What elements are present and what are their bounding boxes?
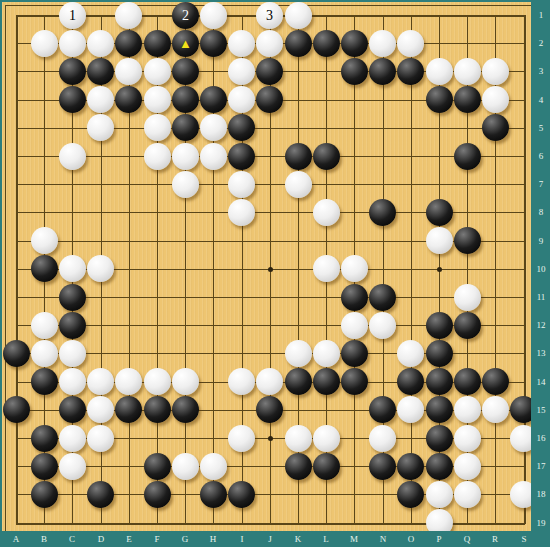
stone-G1[interactable]: 2 [172, 2, 199, 29]
stone-G3[interactable] [172, 58, 199, 85]
stone-O17[interactable] [397, 453, 424, 480]
stone-M12[interactable] [341, 312, 368, 339]
stone-H5[interactable] [200, 114, 227, 141]
stone-Q12[interactable] [454, 312, 481, 339]
row-label-7: 7 [539, 179, 544, 189]
col-label-A: A [13, 534, 20, 544]
col-label-C: C [69, 534, 75, 544]
stone-F4[interactable] [144, 86, 171, 113]
stone-N17[interactable] [369, 453, 396, 480]
stone-P14[interactable] [426, 368, 453, 395]
stone-N3[interactable] [369, 58, 396, 85]
stone-F14[interactable] [144, 368, 171, 395]
stone-K2[interactable] [285, 30, 312, 57]
row-label-9: 9 [539, 236, 544, 246]
stone-Q3[interactable] [454, 58, 481, 85]
stone-N2[interactable] [369, 30, 396, 57]
stone-I7[interactable] [228, 171, 255, 198]
stone-H18[interactable] [200, 481, 227, 508]
stone-D2[interactable] [87, 30, 114, 57]
col-label-E: E [126, 534, 132, 544]
stone-C16[interactable] [59, 425, 86, 452]
stone-K13[interactable] [285, 340, 312, 367]
stone-P13[interactable] [426, 340, 453, 367]
row-label-13: 13 [537, 348, 546, 358]
stone-J1[interactable]: 3 [256, 2, 283, 29]
grid-line-horizontal [16, 156, 525, 157]
stone-L17[interactable] [313, 453, 340, 480]
stone-C4[interactable] [59, 86, 86, 113]
stone-G5[interactable] [172, 114, 199, 141]
stone-K17[interactable] [285, 453, 312, 480]
stone-R15[interactable] [482, 396, 509, 423]
col-label-J: J [268, 534, 272, 544]
col-label-M: M [350, 534, 358, 544]
stone-G2[interactable]: ▲ [172, 30, 199, 57]
stone-M2[interactable] [341, 30, 368, 57]
stone-Q4[interactable] [454, 86, 481, 113]
stone-D10[interactable] [87, 255, 114, 282]
col-label-D: D [98, 534, 105, 544]
row-label-8: 8 [539, 207, 544, 217]
stone-I16[interactable] [228, 425, 255, 452]
row-label-17: 17 [537, 461, 546, 471]
stone-D5[interactable] [87, 114, 114, 141]
stone-L8[interactable] [313, 199, 340, 226]
stone-C10[interactable] [59, 255, 86, 282]
stone-C15[interactable] [59, 396, 86, 423]
stone-B17[interactable] [31, 453, 58, 480]
stone-R3[interactable] [482, 58, 509, 85]
row-label-5: 5 [539, 123, 544, 133]
stone-D18[interactable] [87, 481, 114, 508]
row-label-4: 4 [539, 95, 544, 105]
stone-J14[interactable] [256, 368, 283, 395]
go-board[interactable]: 123▲ [2, 2, 531, 531]
stone-D14[interactable] [87, 368, 114, 395]
stone-R14[interactable] [482, 368, 509, 395]
stone-C17[interactable] [59, 453, 86, 480]
row-label-18: 18 [537, 489, 546, 499]
stone-M10[interactable] [341, 255, 368, 282]
stone-G6[interactable] [172, 143, 199, 170]
stone-E3[interactable] [115, 58, 142, 85]
stone-P18[interactable] [426, 481, 453, 508]
stone-J15[interactable] [256, 396, 283, 423]
row-label-11: 11 [537, 292, 546, 302]
stone-Q15[interactable] [454, 396, 481, 423]
stone-I6[interactable] [228, 143, 255, 170]
stone-M3[interactable] [341, 58, 368, 85]
stone-R4[interactable] [482, 86, 509, 113]
stone-B14[interactable] [31, 368, 58, 395]
stone-Q17[interactable] [454, 453, 481, 480]
stone-G7[interactable] [172, 171, 199, 198]
stone-K1[interactable] [285, 2, 312, 29]
triangle-marker: ▲ [179, 37, 192, 50]
stone-H2[interactable] [200, 30, 227, 57]
grid-line-vertical [16, 15, 18, 524]
stone-Q11[interactable] [454, 284, 481, 311]
stone-O3[interactable] [397, 58, 424, 85]
stone-B13[interactable] [31, 340, 58, 367]
stone-M13[interactable] [341, 340, 368, 367]
col-label-N: N [380, 534, 387, 544]
stone-B18[interactable] [31, 481, 58, 508]
stone-I14[interactable] [228, 368, 255, 395]
stone-O14[interactable] [397, 368, 424, 395]
stone-K16[interactable] [285, 425, 312, 452]
stone-D15[interactable] [87, 396, 114, 423]
stone-M11[interactable] [341, 284, 368, 311]
stone-P16[interactable] [426, 425, 453, 452]
col-label-B: B [41, 534, 47, 544]
row-label-1: 1 [539, 10, 544, 20]
stone-C11[interactable] [59, 284, 86, 311]
stone-M14[interactable] [341, 368, 368, 395]
stone-N16[interactable] [369, 425, 396, 452]
stone-I5[interactable] [228, 114, 255, 141]
stone-C3[interactable] [59, 58, 86, 85]
move-number-label: 3 [266, 9, 273, 23]
col-label-G: G [182, 534, 189, 544]
col-label-L: L [323, 534, 329, 544]
row-label-14: 14 [537, 377, 546, 387]
stone-F18[interactable] [144, 481, 171, 508]
row-label-2: 2 [539, 38, 544, 48]
stone-L6[interactable] [313, 143, 340, 170]
stone-C6[interactable] [59, 143, 86, 170]
stone-J4[interactable] [256, 86, 283, 113]
stone-G15[interactable] [172, 396, 199, 423]
col-label-Q: Q [464, 534, 471, 544]
stone-H1[interactable] [200, 2, 227, 29]
stone-L14[interactable] [313, 368, 340, 395]
go-app-window: 123▲ 12345678910111213141516171819 ABCDE… [0, 0, 550, 547]
stone-B2[interactable] [31, 30, 58, 57]
stone-C13[interactable] [59, 340, 86, 367]
col-label-O: O [408, 534, 415, 544]
stone-L16[interactable] [313, 425, 340, 452]
stone-L10[interactable] [313, 255, 340, 282]
stone-E14[interactable] [115, 368, 142, 395]
row-label-3: 3 [539, 66, 544, 76]
stone-F6[interactable] [144, 143, 171, 170]
stone-Q16[interactable] [454, 425, 481, 452]
stone-F5[interactable] [144, 114, 171, 141]
stone-O18[interactable] [397, 481, 424, 508]
star-point-J10 [268, 267, 273, 272]
stone-C2[interactable] [59, 30, 86, 57]
col-label-H: H [210, 534, 217, 544]
stone-P17[interactable] [426, 453, 453, 480]
stone-H17[interactable] [200, 453, 227, 480]
stone-F15[interactable] [144, 396, 171, 423]
move-number-label: 1 [69, 9, 76, 23]
stone-G4[interactable] [172, 86, 199, 113]
stone-N11[interactable] [369, 284, 396, 311]
stone-H6[interactable] [200, 143, 227, 170]
stone-E4[interactable] [115, 86, 142, 113]
stone-P9[interactable] [426, 227, 453, 254]
star-point-P10 [437, 267, 442, 272]
stone-A13[interactable] [3, 340, 30, 367]
grid-line-horizontal [16, 297, 525, 298]
stone-E1[interactable] [115, 2, 142, 29]
stone-B10[interactable] [31, 255, 58, 282]
stone-Q9[interactable] [454, 227, 481, 254]
stone-I18[interactable] [228, 481, 255, 508]
stone-K14[interactable] [285, 368, 312, 395]
stone-K7[interactable] [285, 171, 312, 198]
stone-N15[interactable] [369, 396, 396, 423]
row-label-10: 10 [537, 264, 546, 274]
col-label-I: I [241, 534, 244, 544]
stone-P4[interactable] [426, 86, 453, 113]
stone-I3[interactable] [228, 58, 255, 85]
stone-B12[interactable] [31, 312, 58, 339]
col-label-R: R [492, 534, 498, 544]
stone-L2[interactable] [313, 30, 340, 57]
col-label-S: S [521, 534, 526, 544]
stone-L13[interactable] [313, 340, 340, 367]
stone-N8[interactable] [369, 199, 396, 226]
row-label-19: 19 [537, 518, 546, 528]
stone-N12[interactable] [369, 312, 396, 339]
stone-D4[interactable] [87, 86, 114, 113]
stone-C12[interactable] [59, 312, 86, 339]
stone-K6[interactable] [285, 143, 312, 170]
stone-H4[interactable] [200, 86, 227, 113]
stone-J2[interactable] [256, 30, 283, 57]
stone-G14[interactable] [172, 368, 199, 395]
stone-I8[interactable] [228, 199, 255, 226]
stone-G17[interactable] [172, 453, 199, 480]
stone-F3[interactable] [144, 58, 171, 85]
stone-B9[interactable] [31, 227, 58, 254]
stone-E2[interactable] [115, 30, 142, 57]
row-coordinate-strip: 12345678910111213141516171819 [531, 0, 550, 531]
col-label-F: F [154, 534, 159, 544]
stone-A15[interactable] [3, 396, 30, 423]
stone-O13[interactable] [397, 340, 424, 367]
stone-B16[interactable] [31, 425, 58, 452]
grid-line-horizontal [16, 184, 525, 185]
stone-I2[interactable] [228, 30, 255, 57]
grid-line-vertical [411, 15, 412, 524]
stone-P3[interactable] [426, 58, 453, 85]
row-label-6: 6 [539, 151, 544, 161]
stone-F2[interactable] [144, 30, 171, 57]
stone-O15[interactable] [397, 396, 424, 423]
row-label-12: 12 [537, 320, 546, 330]
stone-P15[interactable] [426, 396, 453, 423]
stone-C14[interactable] [59, 368, 86, 395]
col-label-K: K [295, 534, 302, 544]
col-label-P: P [436, 534, 441, 544]
stone-P12[interactable] [426, 312, 453, 339]
move-number-label: 2 [182, 9, 189, 23]
stone-P8[interactable] [426, 199, 453, 226]
star-point-J16 [268, 436, 273, 441]
stone-O2[interactable] [397, 30, 424, 57]
stone-Q18[interactable] [454, 481, 481, 508]
stone-F17[interactable] [144, 453, 171, 480]
stone-J3[interactable] [256, 58, 283, 85]
row-label-15: 15 [537, 405, 546, 415]
column-coordinate-strip: ABCDEFGHIJKLMNOPQRS [0, 531, 550, 547]
stone-C1[interactable]: 1 [59, 2, 86, 29]
stone-E15[interactable] [115, 396, 142, 423]
stone-D16[interactable] [87, 425, 114, 452]
stone-Q14[interactable] [454, 368, 481, 395]
stone-I4[interactable] [228, 86, 255, 113]
row-label-16: 16 [537, 433, 546, 443]
stone-R5[interactable] [482, 114, 509, 141]
stone-D3[interactable] [87, 58, 114, 85]
stone-Q6[interactable] [454, 143, 481, 170]
